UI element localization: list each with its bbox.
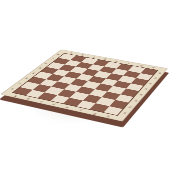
square-f4 — [95, 83, 113, 91]
square-d3 — [64, 84, 83, 92]
square-e1 — [63, 98, 82, 107]
square-h6 — [131, 78, 148, 86]
square-f2 — [83, 94, 102, 103]
product-photo: abcdefgh abcdefgh 87654321 87654321 — [0, 0, 180, 180]
square-h3 — [115, 94, 134, 103]
square-g1 — [90, 103, 110, 112]
square-g5 — [113, 81, 131, 89]
square-g4 — [107, 86, 125, 94]
square-g2 — [96, 97, 115, 106]
square-e2 — [70, 92, 89, 100]
square-f5 — [100, 78, 118, 86]
square-c2 — [45, 87, 64, 95]
square-b2 — [32, 84, 51, 92]
square-h4 — [120, 88, 138, 96]
square-a1 — [13, 87, 32, 95]
square-e3 — [76, 86, 95, 94]
square-h2 — [109, 100, 128, 109]
square-e4 — [82, 81, 100, 89]
square-h5 — [126, 83, 144, 91]
coord-label-2: 2 — [13, 81, 26, 87]
square-f3 — [89, 89, 108, 97]
square-h1 — [103, 106, 123, 115]
square-d4 — [70, 79, 88, 87]
square-a2 — [20, 82, 39, 90]
square-g3 — [102, 91, 121, 99]
square-d2 — [57, 89, 76, 97]
square-c1 — [38, 92, 57, 100]
square-c3 — [51, 81, 69, 89]
square-b1 — [25, 90, 44, 98]
square-d1 — [50, 95, 69, 104]
square-f1 — [76, 100, 95, 109]
